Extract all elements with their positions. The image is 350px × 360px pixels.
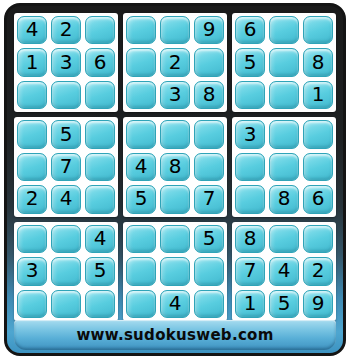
given-digit: 7 (244, 260, 257, 280)
cell-r8c1[interactable]: 3 (17, 257, 47, 285)
cell-r9c3[interactable] (85, 290, 115, 318)
cell-r3c3[interactable] (85, 81, 115, 109)
cell-r8c8[interactable]: 4 (269, 257, 299, 285)
cell-r2c3[interactable]: 6 (85, 48, 115, 76)
given-digit: 6 (312, 188, 325, 208)
given-digit: 5 (135, 188, 148, 208)
cell-r3c4[interactable] (126, 81, 156, 109)
cell-r1c3[interactable] (85, 16, 115, 44)
cell-r6c8[interactable]: 8 (269, 185, 299, 213)
given-digit: 5 (94, 260, 107, 280)
cell-r3c5[interactable]: 3 (160, 81, 190, 109)
given-digit: 3 (60, 52, 73, 72)
given-digit: 4 (169, 293, 182, 313)
cell-r1c9[interactable] (303, 16, 333, 44)
cell-r4c8[interactable] (269, 120, 299, 148)
cell-r9c9[interactable]: 9 (303, 290, 333, 318)
given-digit: 6 (94, 52, 107, 72)
given-digit: 2 (26, 188, 39, 208)
cell-r8c6[interactable] (194, 257, 224, 285)
cell-r5c1[interactable] (17, 153, 47, 181)
given-digit: 3 (169, 84, 182, 104)
footer-bar: www.sudokusweb.com (14, 320, 336, 350)
block-8: 54 (123, 222, 227, 321)
given-digit: 3 (244, 124, 257, 144)
given-digit: 6 (244, 19, 257, 39)
cell-r9c2[interactable] (51, 290, 81, 318)
given-digit: 8 (244, 228, 257, 248)
cell-r5c3[interactable] (85, 153, 115, 181)
given-digit: 2 (60, 19, 73, 39)
given-digit: 5 (278, 293, 291, 313)
cell-r8c7[interactable]: 7 (235, 257, 265, 285)
cell-r5c5[interactable]: 8 (160, 153, 190, 181)
cell-r1c7[interactable]: 6 (235, 16, 265, 44)
block-1: 42136 (14, 13, 118, 112)
cell-r5c6[interactable] (194, 153, 224, 181)
given-digit: 8 (312, 52, 325, 72)
cell-r1c6[interactable]: 9 (194, 16, 224, 44)
given-digit: 5 (60, 124, 73, 144)
cell-r5c8[interactable] (269, 153, 299, 181)
given-digit: 8 (203, 84, 216, 104)
cell-r6c3[interactable] (85, 185, 115, 213)
given-digit: 4 (60, 188, 73, 208)
cell-r8c3[interactable]: 5 (85, 257, 115, 285)
cell-r4c1[interactable] (17, 120, 47, 148)
cell-r7c1[interactable] (17, 225, 47, 253)
cell-r4c7[interactable]: 3 (235, 120, 265, 148)
cell-r3c9[interactable]: 1 (303, 81, 333, 109)
cell-r3c8[interactable] (269, 81, 299, 109)
given-digit: 8 (278, 188, 291, 208)
given-digit: 5 (203, 228, 216, 248)
cell-r9c8[interactable]: 5 (269, 290, 299, 318)
cell-r1c8[interactable] (269, 16, 299, 44)
cell-r2c6[interactable] (194, 48, 224, 76)
board-frame: 421369238658157244857386435548742159 www… (4, 3, 346, 356)
cell-r6c4[interactable]: 5 (126, 185, 156, 213)
cell-r7c8[interactable] (269, 225, 299, 253)
block-6: 386 (232, 117, 336, 216)
cell-r5c9[interactable] (303, 153, 333, 181)
block-4: 5724 (14, 117, 118, 216)
cell-r6c1[interactable]: 2 (17, 185, 47, 213)
given-digit: 4 (26, 19, 39, 39)
cell-r6c9[interactable]: 6 (303, 185, 333, 213)
cell-r9c4[interactable] (126, 290, 156, 318)
given-digit: 4 (135, 156, 148, 176)
cell-r7c2[interactable] (51, 225, 81, 253)
cell-r8c2[interactable] (51, 257, 81, 285)
block-3: 6581 (232, 13, 336, 112)
cell-r1c5[interactable] (160, 16, 190, 44)
given-digit: 9 (312, 293, 325, 313)
block-7: 435 (14, 222, 118, 321)
cell-r4c9[interactable] (303, 120, 333, 148)
given-digit: 3 (26, 260, 39, 280)
cell-r8c4[interactable] (126, 257, 156, 285)
cell-r2c1[interactable]: 1 (17, 48, 47, 76)
cell-r9c6[interactable] (194, 290, 224, 318)
cell-r6c7[interactable] (235, 185, 265, 213)
cell-r2c2[interactable]: 3 (51, 48, 81, 76)
given-digit: 1 (26, 52, 39, 72)
cell-r4c5[interactable] (160, 120, 190, 148)
website-link[interactable]: www.sudokusweb.com (76, 326, 273, 344)
cell-r7c5[interactable] (160, 225, 190, 253)
cell-r2c5[interactable]: 2 (160, 48, 190, 76)
cell-r5c7[interactable] (235, 153, 265, 181)
block-9: 8742159 (232, 222, 336, 321)
given-digit: 8 (169, 156, 182, 176)
cell-r2c4[interactable] (126, 48, 156, 76)
cell-r4c4[interactable] (126, 120, 156, 148)
cell-r7c4[interactable] (126, 225, 156, 253)
cell-r8c9[interactable]: 2 (303, 257, 333, 285)
given-digit: 2 (169, 52, 182, 72)
given-digit: 1 (312, 84, 325, 104)
cell-r9c1[interactable] (17, 290, 47, 318)
cell-r9c5[interactable]: 4 (160, 290, 190, 318)
cell-r7c7[interactable]: 8 (235, 225, 265, 253)
sudoku-page: 421369238658157244857386435548742159 www… (0, 0, 350, 360)
sudoku-board: 421369238658157244857386435548742159 (14, 13, 336, 321)
block-2: 9238 (123, 13, 227, 112)
cell-r2c8[interactable] (269, 48, 299, 76)
block-5: 4857 (123, 117, 227, 216)
cell-r3c7[interactable] (235, 81, 265, 109)
cell-r6c6[interactable]: 7 (194, 185, 224, 213)
cell-r5c2[interactable]: 7 (51, 153, 81, 181)
cell-r4c6[interactable] (194, 120, 224, 148)
cell-r1c2[interactable]: 2 (51, 16, 81, 44)
given-digit: 4 (94, 228, 107, 248)
cell-r2c7[interactable]: 5 (235, 48, 265, 76)
cell-r4c3[interactable] (85, 120, 115, 148)
cell-r2c9[interactable]: 8 (303, 48, 333, 76)
cell-r4c2[interactable]: 5 (51, 120, 81, 148)
cell-r7c3[interactable]: 4 (85, 225, 115, 253)
cell-r3c2[interactable] (51, 81, 81, 109)
cell-r3c1[interactable] (17, 81, 47, 109)
given-digit: 7 (203, 188, 216, 208)
cell-r7c6[interactable]: 5 (194, 225, 224, 253)
cell-r7c9[interactable] (303, 225, 333, 253)
given-digit: 9 (203, 19, 216, 39)
cell-r1c4[interactable] (126, 16, 156, 44)
given-digit: 7 (60, 156, 73, 176)
given-digit: 1 (244, 293, 257, 313)
cell-r8c5[interactable] (160, 257, 190, 285)
given-digit: 5 (244, 52, 257, 72)
given-digit: 2 (312, 260, 325, 280)
cell-r5c4[interactable]: 4 (126, 153, 156, 181)
cell-r9c7[interactable]: 1 (235, 290, 265, 318)
cell-r3c6[interactable]: 8 (194, 81, 224, 109)
given-digit: 4 (278, 260, 291, 280)
cell-r6c2[interactable]: 4 (51, 185, 81, 213)
cell-r6c5[interactable] (160, 185, 190, 213)
cell-r1c1[interactable]: 4 (17, 16, 47, 44)
